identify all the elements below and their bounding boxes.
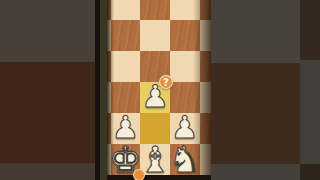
letterbox-seam-olive	[100, 0, 107, 180]
blurred-background-right-bottom	[211, 164, 300, 180]
square-h5[interactable]	[200, 20, 211, 51]
clipped-badge-icon	[133, 169, 145, 180]
square-g4[interactable]	[170, 51, 200, 82]
blurred-background-far-right-bottom	[300, 164, 320, 180]
chess-board: ♟♟♟♚♝♞	[107, 0, 211, 175]
square-f5[interactable]	[140, 20, 170, 51]
square-h2[interactable]	[200, 113, 211, 144]
video-frame: ♟♟♟♚♝♞ ?	[0, 0, 320, 180]
square-f1[interactable]: ♝	[140, 144, 170, 175]
blurred-background-far-right-top	[300, 0, 320, 60]
blurred-background-left-top	[0, 0, 100, 62]
white-knight-piece[interactable]: ♞	[169, 142, 201, 178]
square-e6[interactable]	[111, 0, 141, 20]
square-g6[interactable]	[170, 0, 200, 20]
blurred-background-right-top	[211, 0, 300, 63]
square-g1[interactable]: ♞	[170, 144, 200, 175]
blurred-background-right-mid	[211, 63, 300, 164]
square-h3[interactable]	[200, 82, 211, 113]
blurred-background-left-mid	[0, 62, 100, 163]
square-e4[interactable]	[111, 51, 141, 82]
square-e5[interactable]	[111, 20, 141, 51]
square-f6[interactable]	[140, 0, 170, 20]
square-h4[interactable]	[200, 51, 211, 82]
mistake-badge-symbol: ?	[163, 77, 169, 88]
square-h6[interactable]	[200, 0, 211, 20]
blurred-background-far-right-mid	[300, 60, 320, 164]
board-bottom-edge	[107, 175, 211, 180]
square-g5[interactable]	[170, 20, 200, 51]
mistake-badge: ?	[159, 75, 173, 89]
square-h1[interactable]	[200, 144, 211, 175]
blurred-background-left-bottom	[0, 163, 100, 180]
